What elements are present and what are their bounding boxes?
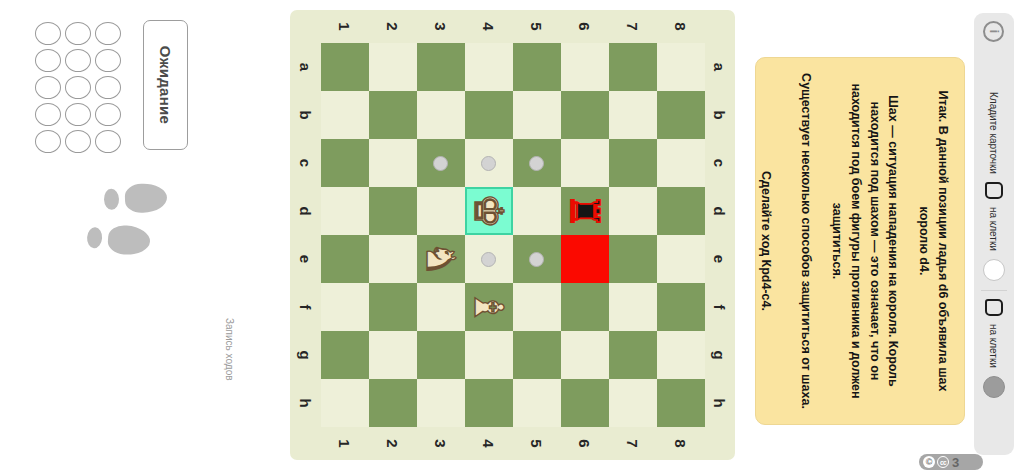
- square-b3[interactable]: [417, 91, 465, 139]
- square-h8[interactable]: [657, 379, 705, 427]
- square-g6[interactable]: [561, 331, 609, 379]
- square-g1[interactable]: [321, 331, 369, 379]
- move-dot-c5[interactable]: [530, 156, 545, 171]
- card-slot-tray: [35, 22, 121, 153]
- file-label-c-top: c: [705, 139, 735, 187]
- card-slot[interactable]: [65, 22, 91, 45]
- rank-label-6-left: 6: [561, 10, 609, 43]
- square-c5[interactable]: [513, 139, 561, 187]
- card-slot[interactable]: [35, 130, 61, 153]
- rank-label-1-right: 1: [321, 427, 369, 460]
- file-label-h-top: h: [705, 379, 735, 427]
- card-slot[interactable]: [65, 49, 91, 72]
- rank-label-6-right: 6: [561, 427, 609, 460]
- card-slot[interactable]: [35, 49, 61, 72]
- rank-label-3-right: 3: [417, 427, 465, 460]
- waiting-label-box: Ожидание: [143, 20, 188, 150]
- square-f7[interactable]: [609, 283, 657, 331]
- square-g4[interactable]: [465, 331, 513, 379]
- square-f5[interactable]: [513, 283, 561, 331]
- square-d5[interactable]: [513, 187, 561, 235]
- cc-license-badge[interactable]: © cc 3: [919, 454, 983, 470]
- square-d7[interactable]: [609, 187, 657, 235]
- footsteps-icon: [67, 184, 167, 264]
- file-label-a-bottom: a: [290, 43, 321, 91]
- move-record-label: Запись ходов: [224, 318, 235, 381]
- file-label-b-top: b: [705, 91, 735, 139]
- square-h5[interactable]: [513, 379, 561, 427]
- card-icon: [985, 182, 1003, 199]
- topbar-text-on-cells-2: на клетки: [989, 324, 1000, 368]
- square-g5[interactable]: [513, 331, 561, 379]
- square-b2[interactable]: [369, 91, 417, 139]
- file-label-g-top: g: [705, 331, 735, 379]
- board-frame-corner: [705, 427, 735, 460]
- cc-icon: cc: [937, 456, 949, 468]
- square-d4[interactable]: ♚: [465, 187, 513, 235]
- square-f6[interactable]: [561, 283, 609, 331]
- square-f4[interactable]: ♝: [465, 283, 513, 331]
- file-label-f-top: f: [705, 283, 735, 331]
- square-c1[interactable]: [321, 139, 369, 187]
- move-dot-c3[interactable]: [434, 156, 449, 171]
- file-label-a-top: a: [705, 43, 735, 91]
- rank-label-2-right: 2: [369, 427, 417, 460]
- square-c3[interactable]: [417, 139, 465, 187]
- gray-circle-icon: [983, 376, 1005, 398]
- board-frame-corner: [290, 427, 321, 460]
- file-label-b-bottom: b: [290, 91, 321, 139]
- lesson-paragraph: Шах — ситуация нападения на короля. Коро…: [828, 69, 903, 413]
- square-a3[interactable]: [417, 43, 465, 91]
- rank-label-3-left: 3: [417, 10, 465, 43]
- square-b6[interactable]: [561, 91, 609, 139]
- move-dot-e4[interactable]: [482, 252, 497, 267]
- square-g7[interactable]: [609, 331, 657, 379]
- square-g8[interactable]: [657, 331, 705, 379]
- topbar-text-place-cards: Кладите карточки: [989, 92, 1000, 174]
- square-e2[interactable]: [369, 235, 417, 283]
- square-c4[interactable]: [465, 139, 513, 187]
- square-b5[interactable]: [513, 91, 561, 139]
- piece-white-knight-e3[interactable]: ♞: [421, 241, 461, 277]
- square-c7[interactable]: [609, 139, 657, 187]
- square-a7[interactable]: [609, 43, 657, 91]
- info-icon[interactable]: i: [984, 21, 1005, 42]
- square-c8[interactable]: [657, 139, 705, 187]
- square-e4[interactable]: [465, 235, 513, 283]
- rank-label-4-left: 4: [465, 10, 513, 43]
- square-h2[interactable]: [369, 379, 417, 427]
- card-icon: [985, 299, 1003, 316]
- lesson-paragraph: Существует несколько способов защититься…: [797, 62, 816, 420]
- lesson-panel: Итак. В данной позиции ладья d6 объявила…: [755, 57, 965, 425]
- square-f8[interactable]: [657, 283, 705, 331]
- file-label-f-bottom: f: [290, 283, 321, 331]
- board-frame-corner: [705, 10, 735, 43]
- lesson-paragraph: Итак. В данной позиции ладья d6 объявила…: [915, 69, 953, 413]
- card-slot[interactable]: [95, 76, 121, 99]
- file-label-d-top: d: [705, 187, 735, 235]
- card-slot[interactable]: [35, 22, 61, 45]
- square-e3[interactable]: ♞: [417, 235, 465, 283]
- square-h4[interactable]: [465, 379, 513, 427]
- square-d1[interactable]: [321, 187, 369, 235]
- file-label-h-bottom: h: [290, 379, 321, 427]
- rank-label-7-right: 7: [609, 427, 657, 460]
- square-d6[interactable]: ♜: [561, 187, 609, 235]
- square-g2[interactable]: [369, 331, 417, 379]
- square-b1[interactable]: [321, 91, 369, 139]
- square-a5[interactable]: [513, 43, 561, 91]
- rank-label-5-left: 5: [513, 10, 561, 43]
- card-slot[interactable]: [65, 103, 91, 126]
- square-c6[interactable]: [561, 139, 609, 187]
- file-label-g-bottom: g: [290, 331, 321, 379]
- square-e8[interactable]: [657, 235, 705, 283]
- square-e5[interactable]: [513, 235, 561, 283]
- card-slot[interactable]: [95, 130, 121, 153]
- piece-white-king-d4[interactable]: ♚: [469, 193, 509, 229]
- rank-label-7-left: 7: [609, 10, 657, 43]
- instruction-topbar: i Кладите карточки на клетки на клетки: [974, 13, 1014, 455]
- square-d8[interactable]: [657, 187, 705, 235]
- square-a6[interactable]: [561, 43, 609, 91]
- board-grid: abcdefgh88776♜6554♚♝43♞32211abcdefgh: [290, 10, 735, 460]
- rank-label-1-left: 1: [321, 10, 369, 43]
- square-e7[interactable]: [609, 235, 657, 283]
- move-dot-c4[interactable]: [482, 156, 497, 171]
- lesson-task: Сделайте ход Крd4-c4.: [756, 69, 775, 413]
- square-f1[interactable]: [321, 283, 369, 331]
- license-version: 3: [952, 455, 959, 470]
- square-h3[interactable]: [417, 379, 465, 427]
- move-dot-e5[interactable]: [530, 252, 545, 267]
- square-b7[interactable]: [609, 91, 657, 139]
- square-e6[interactable]: [561, 235, 609, 283]
- square-a2[interactable]: [369, 43, 417, 91]
- square-f3[interactable]: [417, 283, 465, 331]
- topbar-divider: [981, 290, 1007, 291]
- square-h6[interactable]: [561, 379, 609, 427]
- square-f2[interactable]: [369, 283, 417, 331]
- card-slot[interactable]: [35, 76, 61, 99]
- rank-label-2-left: 2: [369, 10, 417, 43]
- square-a8[interactable]: [657, 43, 705, 91]
- card-slot[interactable]: [95, 103, 121, 126]
- piece-white-bishop-f4[interactable]: ♝: [469, 289, 509, 325]
- card-slot[interactable]: [95, 22, 121, 45]
- square-b4[interactable]: [465, 91, 513, 139]
- left-footprint-icon: [103, 183, 167, 215]
- right-footprint-icon: [86, 223, 151, 257]
- square-c2[interactable]: [369, 139, 417, 187]
- square-a4[interactable]: [465, 43, 513, 91]
- square-h7[interactable]: [609, 379, 657, 427]
- square-e1[interactable]: [321, 235, 369, 283]
- rank-label-8-right: 8: [657, 427, 705, 460]
- app-portrait-stage: i Кладите карточки на клетки на клетки И…: [0, 0, 1024, 471]
- card-slot[interactable]: [65, 76, 91, 99]
- rank-label-8-left: 8: [657, 10, 705, 43]
- square-h1[interactable]: [321, 379, 369, 427]
- square-d3[interactable]: [417, 187, 465, 235]
- piece-black-rook-d6[interactable]: ♜: [565, 193, 605, 229]
- white-circle-icon: [983, 259, 1005, 281]
- square-b8[interactable]: [657, 91, 705, 139]
- file-label-e-bottom: e: [290, 235, 321, 283]
- card-slot[interactable]: [65, 130, 91, 153]
- board-frame-corner: [290, 10, 321, 43]
- card-slot[interactable]: [95, 49, 121, 72]
- topbar-text-on-cells-1: на клетки: [989, 207, 1000, 251]
- rank-label-4-right: 4: [465, 427, 513, 460]
- square-d2[interactable]: [369, 187, 417, 235]
- square-g3[interactable]: [417, 331, 465, 379]
- square-a1[interactable]: [321, 43, 369, 91]
- copyright-icon: ©: [923, 456, 935, 468]
- chess-board: abcdefgh88776♜6554♚♝43♞32211abcdefgh: [290, 10, 735, 460]
- file-label-d-bottom: d: [290, 187, 321, 235]
- file-label-e-top: e: [705, 235, 735, 283]
- card-slot[interactable]: [35, 103, 61, 126]
- file-label-c-bottom: c: [290, 139, 321, 187]
- rank-label-5-right: 5: [513, 427, 561, 460]
